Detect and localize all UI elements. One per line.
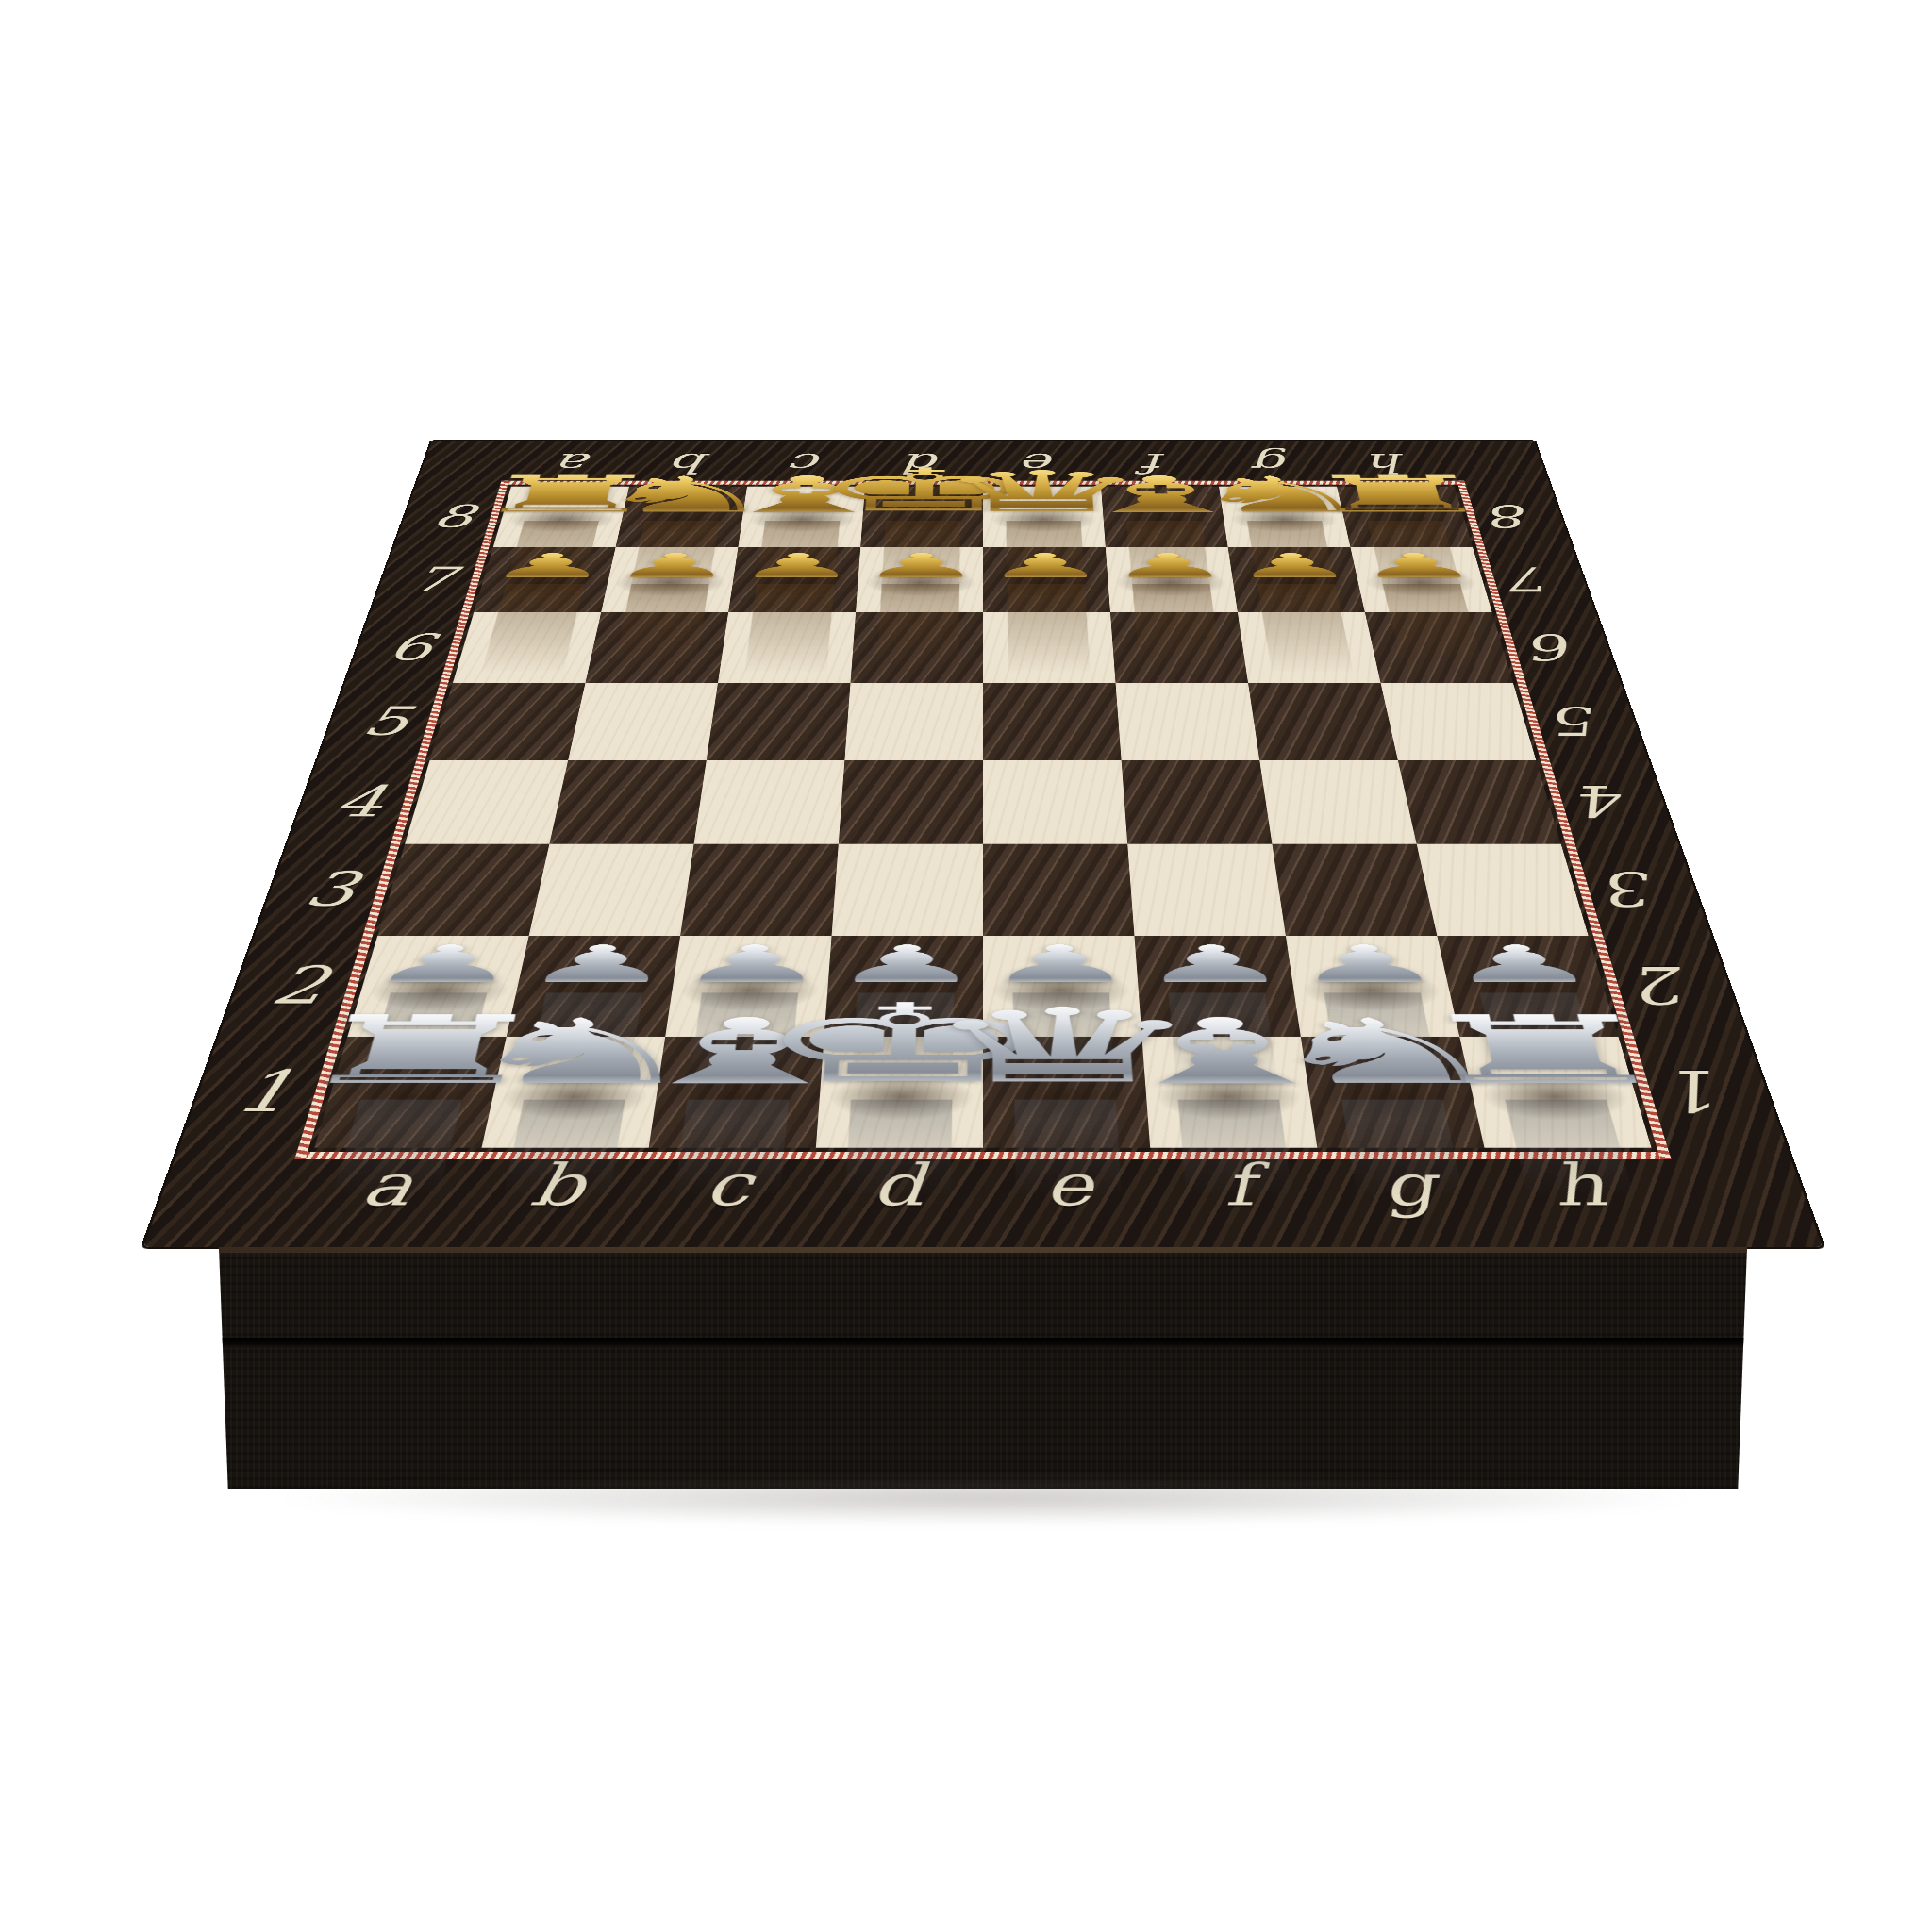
square-f4[interactable]	[1122, 760, 1273, 844]
gold-pawn-glyph: ♟	[983, 550, 1108, 582]
square-g5[interactable]	[1248, 683, 1398, 760]
floor-shadow	[264, 1472, 1707, 1524]
piece-gold-rook-a8[interactable]: ♜	[493, 487, 629, 547]
square-h4[interactable]	[1398, 760, 1561, 844]
square-g4[interactable]	[1259, 760, 1416, 844]
piece-silver-bishop-c1[interactable]: ♝	[649, 1037, 824, 1148]
square-b5[interactable]	[568, 683, 718, 760]
square-c4[interactable]	[694, 760, 845, 844]
square-a3[interactable]	[377, 844, 549, 936]
piece-gold-pawn-d7[interactable]: ♟	[856, 547, 983, 612]
piece-gold-pawn-f7[interactable]: ♟	[1106, 547, 1238, 612]
silver-rook-glyph: ♜	[1400, 1007, 1690, 1096]
gold-pawn-glyph: ♟	[483, 550, 614, 582]
piece-gold-rook-h8[interactable]: ♜	[1337, 487, 1473, 547]
piece-reflection	[1132, 584, 1224, 686]
gold-rook-glyph: ♜	[1294, 470, 1506, 519]
gold-pawn-glyph: ♟	[608, 550, 738, 582]
square-c3[interactable]	[680, 844, 839, 936]
piece-gold-bishop-c8[interactable]: ♝	[738, 487, 865, 547]
piece-silver-rook-a1[interactable]: ♜	[314, 1037, 507, 1148]
silver-bishop-glyph: ♝	[1091, 1008, 1360, 1095]
piece-reflection	[742, 584, 834, 686]
gold-bishop-glyph: ♝	[705, 471, 903, 518]
silver-pawn-glyph: ♟	[362, 941, 527, 990]
piece-reflection	[1257, 584, 1357, 686]
gold-bishop-glyph: ♝	[1063, 471, 1261, 518]
square-h5[interactable]	[1381, 683, 1537, 760]
piece-gold-pawn-g7[interactable]: ♟	[1228, 547, 1365, 612]
photo-scene: aa11bb22cc33dd44ee55ff66gg77hh88 ♜♞♝♚♛♝♞…	[0, 0, 1932, 1932]
square-g3[interactable]	[1272, 844, 1437, 936]
storage-box-front	[219, 1247, 1747, 1489]
square-a5[interactable]	[430, 683, 586, 760]
gold-pawn-glyph: ♟	[733, 550, 859, 582]
silver-pawn-glyph: ♟	[518, 941, 679, 990]
piece-gold-pawn-b7[interactable]: ♟	[601, 547, 738, 612]
piece-gold-pawn-c7[interactable]: ♟	[728, 547, 860, 612]
gold-pawn-glyph: ♟	[1106, 550, 1232, 582]
gold-pawn-glyph: ♟	[1228, 550, 1357, 582]
square-f5[interactable]	[1116, 683, 1260, 760]
silver-pawn-glyph: ♟	[1439, 941, 1604, 990]
silver-pawn-glyph: ♟	[1287, 941, 1448, 990]
piece-gold-pawn-e7[interactable]: ♟	[983, 547, 1110, 612]
square-d3[interactable]	[832, 844, 983, 936]
square-e4[interactable]	[983, 760, 1127, 844]
piece-gold-bishop-f8[interactable]: ♝	[1101, 487, 1228, 547]
piece-silver-rook-h1[interactable]: ♜	[1459, 1037, 1652, 1148]
piece-silver-bishop-f1[interactable]: ♝	[1141, 1037, 1317, 1148]
piece-gold-pawn-a7[interactable]: ♟	[474, 547, 615, 612]
square-a4[interactable]	[405, 760, 568, 844]
gold-pawn-glyph: ♟	[1352, 550, 1483, 582]
box-lid-seam	[219, 1338, 1747, 1349]
square-d4[interactable]	[839, 760, 983, 844]
piece-reflection	[1007, 584, 1091, 686]
silver-pawn-glyph: ♟	[1135, 941, 1292, 990]
square-d5[interactable]	[844, 683, 983, 760]
square-h3[interactable]	[1417, 844, 1589, 936]
gold-rook-glyph: ♜	[461, 470, 673, 519]
square-c5[interactable]	[707, 683, 851, 760]
board-front-edge	[219, 1247, 1747, 1253]
piece-reflection	[1014, 1100, 1124, 1222]
piece-reflection	[609, 584, 708, 686]
gold-pawn-glyph: ♟	[858, 550, 983, 582]
piece-gold-pawn-h7[interactable]: ♟	[1350, 547, 1491, 612]
square-b4[interactable]	[549, 760, 706, 844]
silver-bishop-glyph: ♝	[606, 1008, 875, 1095]
chess-board: aa11bb22cc33dd44ee55ff66gg77hh88 ♜♞♝♚♛♝♞…	[143, 441, 1823, 1247]
square-f3[interactable]	[1127, 844, 1286, 936]
piece-reflection	[843, 1100, 953, 1222]
square-e3[interactable]	[983, 844, 1134, 936]
silver-rook-glyph: ♜	[275, 1007, 566, 1096]
piece-reflection	[875, 584, 959, 686]
pinstripe-border-bottom	[294, 1152, 1671, 1159]
piece-reflection	[1177, 1100, 1295, 1222]
square-b3[interactable]	[529, 844, 694, 936]
piece-reflection	[671, 1100, 789, 1222]
square-e5[interactable]	[983, 683, 1122, 760]
